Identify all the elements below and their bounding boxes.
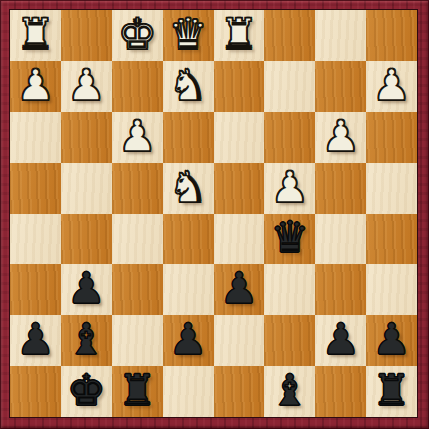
chess-board: ♜♚♛♜♟♟♞♟♟♟♞♟♛♟♟♟♝♟♟♟♚♜♝♜ — [9, 9, 418, 418]
square-d2[interactable] — [214, 61, 265, 112]
square-g7[interactable]: ♝ — [61, 315, 112, 366]
square-c8[interactable]: ♝ — [264, 366, 315, 417]
square-f8[interactable]: ♜ — [112, 366, 163, 417]
square-b8[interactable] — [315, 366, 366, 417]
square-h6[interactable] — [10, 264, 61, 315]
black-pawn-d6[interactable]: ♟ — [220, 267, 259, 310]
square-d1[interactable]: ♜ — [214, 10, 265, 61]
black-bishop-g7[interactable]: ♝ — [67, 318, 106, 361]
square-a4[interactable] — [366, 163, 417, 214]
square-g2[interactable]: ♟ — [61, 61, 112, 112]
square-d5[interactable] — [214, 214, 265, 265]
square-h3[interactable] — [10, 112, 61, 163]
black-queen-c5[interactable]: ♛ — [271, 216, 310, 259]
square-c3[interactable] — [264, 112, 315, 163]
white-pawn-a2[interactable]: ♟ — [372, 64, 411, 107]
black-pawn-b7[interactable]: ♟ — [321, 318, 360, 361]
square-e1[interactable]: ♛ — [163, 10, 214, 61]
black-rook-f8[interactable]: ♜ — [118, 369, 157, 412]
square-f2[interactable] — [112, 61, 163, 112]
square-f6[interactable] — [112, 264, 163, 315]
square-b7[interactable]: ♟ — [315, 315, 366, 366]
square-c4[interactable]: ♟ — [264, 163, 315, 214]
black-bishop-c8[interactable]: ♝ — [271, 369, 310, 412]
square-f7[interactable] — [112, 315, 163, 366]
square-h2[interactable]: ♟ — [10, 61, 61, 112]
square-g5[interactable] — [61, 214, 112, 265]
square-e6[interactable] — [163, 264, 214, 315]
white-pawn-b3[interactable]: ♟ — [321, 115, 360, 158]
square-c6[interactable] — [264, 264, 315, 315]
square-g1[interactable] — [61, 10, 112, 61]
white-knight-e2[interactable]: ♞ — [169, 64, 208, 107]
square-f1[interactable]: ♚ — [112, 10, 163, 61]
square-g4[interactable] — [61, 163, 112, 214]
square-d8[interactable] — [214, 366, 265, 417]
square-b3[interactable]: ♟ — [315, 112, 366, 163]
square-e7[interactable]: ♟ — [163, 315, 214, 366]
square-b2[interactable] — [315, 61, 366, 112]
square-g3[interactable] — [61, 112, 112, 163]
square-b5[interactable] — [315, 214, 366, 265]
square-h1[interactable]: ♜ — [10, 10, 61, 61]
square-g6[interactable]: ♟ — [61, 264, 112, 315]
white-pawn-h2[interactable]: ♟ — [16, 64, 55, 107]
white-pawn-g2[interactable]: ♟ — [67, 64, 106, 107]
square-a2[interactable]: ♟ — [366, 61, 417, 112]
square-e8[interactable] — [163, 366, 214, 417]
white-rook-h1[interactable]: ♜ — [16, 13, 55, 56]
square-b1[interactable] — [315, 10, 366, 61]
square-h5[interactable] — [10, 214, 61, 265]
square-h4[interactable] — [10, 163, 61, 214]
square-f4[interactable] — [112, 163, 163, 214]
white-rook-d1[interactable]: ♜ — [220, 13, 259, 56]
square-e4[interactable]: ♞ — [163, 163, 214, 214]
square-d4[interactable] — [214, 163, 265, 214]
square-b4[interactable] — [315, 163, 366, 214]
black-king-g8[interactable]: ♚ — [67, 369, 106, 412]
square-b6[interactable] — [315, 264, 366, 315]
square-c1[interactable] — [264, 10, 315, 61]
square-c5[interactable]: ♛ — [264, 214, 315, 265]
black-pawn-a7[interactable]: ♟ — [372, 318, 411, 361]
white-pawn-c4[interactable]: ♟ — [271, 166, 310, 209]
white-pawn-f3[interactable]: ♟ — [118, 115, 157, 158]
square-c2[interactable] — [264, 61, 315, 112]
square-a3[interactable] — [366, 112, 417, 163]
square-d3[interactable] — [214, 112, 265, 163]
square-g8[interactable]: ♚ — [61, 366, 112, 417]
square-a7[interactable]: ♟ — [366, 315, 417, 366]
black-pawn-g6[interactable]: ♟ — [67, 267, 106, 310]
square-f3[interactable]: ♟ — [112, 112, 163, 163]
square-e5[interactable] — [163, 214, 214, 265]
square-a1[interactable] — [366, 10, 417, 61]
square-a5[interactable] — [366, 214, 417, 265]
square-d6[interactable]: ♟ — [214, 264, 265, 315]
square-a6[interactable] — [366, 264, 417, 315]
square-e2[interactable]: ♞ — [163, 61, 214, 112]
board-frame: ♜♚♛♜♟♟♞♟♟♟♞♟♛♟♟♟♝♟♟♟♚♜♝♜ — [0, 0, 429, 429]
square-a8[interactable]: ♜ — [366, 366, 417, 417]
black-pawn-e7[interactable]: ♟ — [169, 318, 208, 361]
white-knight-e4[interactable]: ♞ — [169, 166, 208, 209]
white-queen-e1[interactable]: ♛ — [169, 13, 208, 56]
square-e3[interactable] — [163, 112, 214, 163]
square-c7[interactable] — [264, 315, 315, 366]
white-king-f1[interactable]: ♚ — [118, 13, 157, 56]
square-h7[interactable]: ♟ — [10, 315, 61, 366]
square-d7[interactable] — [214, 315, 265, 366]
square-f5[interactable] — [112, 214, 163, 265]
black-rook-a8[interactable]: ♜ — [372, 369, 411, 412]
square-h8[interactable] — [10, 366, 61, 417]
black-pawn-h7[interactable]: ♟ — [16, 318, 55, 361]
